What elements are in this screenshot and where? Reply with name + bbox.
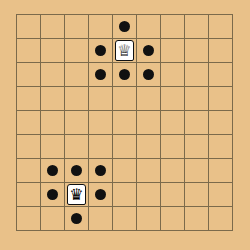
black-queen[interactable]: ♛ [67, 184, 86, 205]
move-dot [95, 165, 106, 176]
board-cell[interactable] [17, 15, 40, 38]
board-cell[interactable] [161, 207, 184, 230]
board-cell[interactable] [161, 39, 184, 62]
board-cell[interactable] [17, 207, 40, 230]
board-cell[interactable] [113, 207, 136, 230]
board-cell[interactable] [41, 135, 64, 158]
board-cell[interactable] [161, 87, 184, 110]
board-cell[interactable] [41, 15, 64, 38]
board-cell[interactable] [209, 15, 232, 38]
white-queen[interactable]: ♕ [115, 40, 134, 61]
move-dot [95, 69, 106, 80]
board-cell[interactable] [65, 111, 88, 134]
board-cell[interactable] [161, 183, 184, 206]
board-cell[interactable] [89, 63, 112, 86]
board-cell[interactable] [137, 183, 160, 206]
move-dot [95, 45, 106, 56]
board-cell[interactable] [41, 207, 64, 230]
board-cell[interactable] [185, 111, 208, 134]
board-cell[interactable] [113, 183, 136, 206]
board-cell[interactable] [89, 159, 112, 182]
board-cell[interactable] [89, 135, 112, 158]
board-cell[interactable] [137, 207, 160, 230]
board-cell[interactable] [137, 135, 160, 158]
move-dot [47, 189, 58, 200]
board-cell[interactable] [185, 63, 208, 86]
board-cell[interactable] [185, 159, 208, 182]
board-cell[interactable] [65, 135, 88, 158]
board-cell[interactable] [89, 15, 112, 38]
board-cell[interactable] [209, 39, 232, 62]
board-cell[interactable] [41, 39, 64, 62]
board-cell[interactable] [113, 63, 136, 86]
move-dot [119, 21, 130, 32]
move-dot [47, 165, 58, 176]
board-cell[interactable] [17, 87, 40, 110]
board-cell[interactable] [185, 183, 208, 206]
board-cell[interactable] [17, 159, 40, 182]
board-cell[interactable] [137, 159, 160, 182]
board-stage: ♕♛ [0, 0, 250, 250]
board-cell[interactable] [17, 63, 40, 86]
board-cell[interactable] [209, 63, 232, 86]
board-cell[interactable] [17, 39, 40, 62]
board-cell[interactable] [137, 111, 160, 134]
board-cell[interactable]: ♕ [113, 39, 136, 62]
move-dot [143, 69, 154, 80]
board-cell[interactable] [41, 183, 64, 206]
board-cell[interactable] [89, 207, 112, 230]
board-cell[interactable] [17, 111, 40, 134]
board-cell[interactable] [113, 159, 136, 182]
board-cell[interactable]: ♛ [65, 183, 88, 206]
board-cell[interactable] [209, 87, 232, 110]
board-cell[interactable] [89, 39, 112, 62]
board-cell[interactable] [185, 207, 208, 230]
board-cell[interactable] [41, 87, 64, 110]
board-cell[interactable] [137, 15, 160, 38]
board-cell[interactable] [17, 183, 40, 206]
board-cell[interactable] [65, 87, 88, 110]
board-cell[interactable] [185, 15, 208, 38]
move-dot [71, 165, 82, 176]
board-cell[interactable] [209, 159, 232, 182]
board-cell[interactable] [137, 87, 160, 110]
move-dot [71, 213, 82, 224]
board-cell[interactable] [89, 183, 112, 206]
board-cell[interactable] [209, 111, 232, 134]
board-cell[interactable] [161, 63, 184, 86]
board-cell[interactable] [161, 111, 184, 134]
board-cell[interactable] [89, 87, 112, 110]
board-cell[interactable] [65, 39, 88, 62]
board-cell[interactable] [137, 63, 160, 86]
board-cell[interactable] [113, 87, 136, 110]
move-dot [95, 189, 106, 200]
board-cell[interactable] [65, 63, 88, 86]
board-cell[interactable] [113, 111, 136, 134]
board-cell[interactable] [185, 87, 208, 110]
board-cell[interactable] [65, 159, 88, 182]
board-cell[interactable] [41, 63, 64, 86]
board-cell[interactable] [41, 111, 64, 134]
board-cell[interactable] [161, 135, 184, 158]
board-cell[interactable] [113, 135, 136, 158]
board-cell[interactable] [65, 207, 88, 230]
board-cell[interactable] [161, 15, 184, 38]
board-cell[interactable] [161, 159, 184, 182]
board-cell[interactable] [209, 135, 232, 158]
board-cell[interactable] [137, 39, 160, 62]
board-cell[interactable] [65, 15, 88, 38]
board-cell[interactable] [41, 159, 64, 182]
board-cell[interactable] [89, 111, 112, 134]
move-dot [119, 69, 130, 80]
board-cell[interactable] [185, 135, 208, 158]
game-board: ♕♛ [16, 14, 233, 231]
board-cell[interactable] [209, 183, 232, 206]
board-cell[interactable] [209, 207, 232, 230]
move-dot [143, 45, 154, 56]
board-cell[interactable] [113, 15, 136, 38]
board-cell[interactable] [17, 135, 40, 158]
board-cell[interactable] [185, 39, 208, 62]
